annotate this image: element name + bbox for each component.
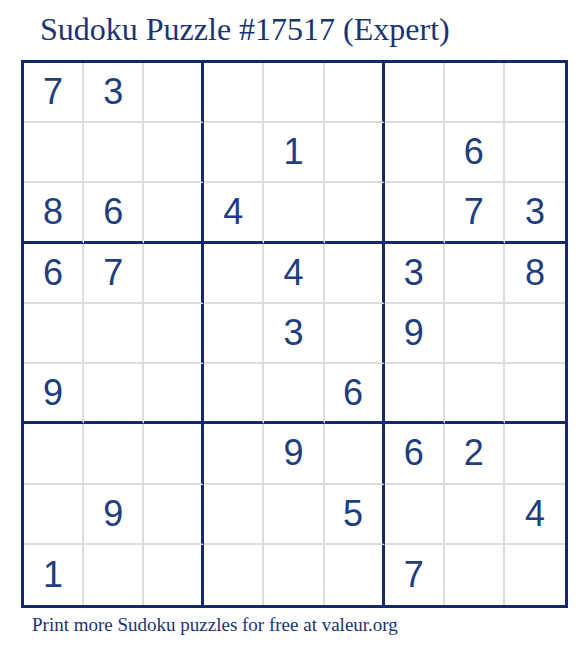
sudoku-cell-r1c1[interactable]: 7 xyxy=(24,63,84,123)
sudoku-cell-r7c6[interactable] xyxy=(325,424,385,484)
sudoku-cell-r4c1[interactable]: 6 xyxy=(24,244,84,304)
sudoku-cell-r2c4[interactable] xyxy=(204,123,264,183)
sudoku-cell-r7c1[interactable] xyxy=(24,424,84,484)
sudoku-cell-r9c6[interactable] xyxy=(325,545,385,605)
sudoku-cell-r9c3[interactable] xyxy=(144,545,204,605)
sudoku-cell-r7c9[interactable] xyxy=(505,424,565,484)
sudoku-cell-r7c4[interactable] xyxy=(204,424,264,484)
sudoku-page: Sudoku Puzzle #17517 (Expert) 7316864736… xyxy=(0,0,580,651)
sudoku-cell-r5c2[interactable] xyxy=(84,304,144,364)
sudoku-cell-r3c4[interactable]: 4 xyxy=(204,183,264,243)
sudoku-cell-r4c4[interactable] xyxy=(204,244,264,304)
sudoku-cell-r6c5[interactable] xyxy=(264,364,324,424)
sudoku-cell-r3c3[interactable] xyxy=(144,183,204,243)
sudoku-cell-r3c9[interactable]: 3 xyxy=(505,183,565,243)
sudoku-cell-r1c4[interactable] xyxy=(204,63,264,123)
sudoku-cell-r2c5[interactable]: 1 xyxy=(264,123,324,183)
sudoku-cell-r4c6[interactable] xyxy=(325,244,385,304)
sudoku-cell-r5c1[interactable] xyxy=(24,304,84,364)
sudoku-cell-r4c8[interactable] xyxy=(445,244,505,304)
sudoku-cell-r5c9[interactable] xyxy=(505,304,565,364)
sudoku-cell-r5c5[interactable]: 3 xyxy=(264,304,324,364)
sudoku-cell-r9c5[interactable] xyxy=(264,545,324,605)
sudoku-cell-r2c6[interactable] xyxy=(325,123,385,183)
sudoku-cell-r7c5[interactable]: 9 xyxy=(264,424,324,484)
sudoku-cell-r9c1[interactable]: 1 xyxy=(24,545,84,605)
sudoku-cell-r3c2[interactable]: 6 xyxy=(84,183,144,243)
sudoku-cell-r9c4[interactable] xyxy=(204,545,264,605)
sudoku-cell-r7c2[interactable] xyxy=(84,424,144,484)
sudoku-cell-r1c6[interactable] xyxy=(325,63,385,123)
sudoku-cell-r2c8[interactable]: 6 xyxy=(445,123,505,183)
sudoku-board: 73168647367438399696295417 xyxy=(21,60,568,608)
sudoku-cell-r6c9[interactable] xyxy=(505,364,565,424)
sudoku-cell-r2c7[interactable] xyxy=(385,123,445,183)
sudoku-cell-r5c4[interactable] xyxy=(204,304,264,364)
sudoku-cell-r1c3[interactable] xyxy=(144,63,204,123)
sudoku-cell-r2c3[interactable] xyxy=(144,123,204,183)
sudoku-cell-r2c9[interactable] xyxy=(505,123,565,183)
sudoku-cell-r9c9[interactable] xyxy=(505,545,565,605)
sudoku-cell-r8c4[interactable] xyxy=(204,485,264,545)
sudoku-cell-r7c8[interactable]: 2 xyxy=(445,424,505,484)
sudoku-cell-r2c2[interactable] xyxy=(84,123,144,183)
sudoku-cell-r6c2[interactable] xyxy=(84,364,144,424)
sudoku-cell-r8c8[interactable] xyxy=(445,485,505,545)
sudoku-cell-r9c2[interactable] xyxy=(84,545,144,605)
sudoku-cell-r3c1[interactable]: 8 xyxy=(24,183,84,243)
sudoku-cell-r1c9[interactable] xyxy=(505,63,565,123)
sudoku-cell-r2c1[interactable] xyxy=(24,123,84,183)
sudoku-cell-r6c8[interactable] xyxy=(445,364,505,424)
sudoku-cell-r1c5[interactable] xyxy=(264,63,324,123)
sudoku-cell-r1c2[interactable]: 3 xyxy=(84,63,144,123)
sudoku-cell-r3c7[interactable] xyxy=(385,183,445,243)
sudoku-cell-r6c1[interactable]: 9 xyxy=(24,364,84,424)
sudoku-cell-r6c6[interactable]: 6 xyxy=(325,364,385,424)
sudoku-cell-r8c6[interactable]: 5 xyxy=(325,485,385,545)
sudoku-cell-r8c9[interactable]: 4 xyxy=(505,485,565,545)
sudoku-cell-r8c1[interactable] xyxy=(24,485,84,545)
sudoku-cell-r6c4[interactable] xyxy=(204,364,264,424)
page-title: Sudoku Puzzle #17517 (Expert) xyxy=(40,11,450,48)
sudoku-cell-r3c5[interactable] xyxy=(264,183,324,243)
footer-text: Print more Sudoku puzzles for free at va… xyxy=(32,614,398,636)
sudoku-cell-r3c6[interactable] xyxy=(325,183,385,243)
sudoku-cell-r4c9[interactable]: 8 xyxy=(505,244,565,304)
sudoku-cell-r8c5[interactable] xyxy=(264,485,324,545)
sudoku-cell-r5c3[interactable] xyxy=(144,304,204,364)
sudoku-cell-r8c2[interactable]: 9 xyxy=(84,485,144,545)
sudoku-cell-r4c2[interactable]: 7 xyxy=(84,244,144,304)
sudoku-cell-r3c8[interactable]: 7 xyxy=(445,183,505,243)
sudoku-cell-r6c7[interactable] xyxy=(385,364,445,424)
sudoku-cell-r8c7[interactable] xyxy=(385,485,445,545)
sudoku-cell-r4c7[interactable]: 3 xyxy=(385,244,445,304)
sudoku-cell-r7c3[interactable] xyxy=(144,424,204,484)
sudoku-cell-r5c7[interactable]: 9 xyxy=(385,304,445,364)
sudoku-cell-r9c7[interactable]: 7 xyxy=(385,545,445,605)
sudoku-cell-r7c7[interactable]: 6 xyxy=(385,424,445,484)
sudoku-cell-r6c3[interactable] xyxy=(144,364,204,424)
sudoku-cell-r4c5[interactable]: 4 xyxy=(264,244,324,304)
sudoku-cell-r5c6[interactable] xyxy=(325,304,385,364)
sudoku-cell-r8c3[interactable] xyxy=(144,485,204,545)
sudoku-cell-r1c7[interactable] xyxy=(385,63,445,123)
sudoku-cell-r9c8[interactable] xyxy=(445,545,505,605)
sudoku-cell-r4c3[interactable] xyxy=(144,244,204,304)
sudoku-cell-r5c8[interactable] xyxy=(445,304,505,364)
sudoku-cell-r1c8[interactable] xyxy=(445,63,505,123)
